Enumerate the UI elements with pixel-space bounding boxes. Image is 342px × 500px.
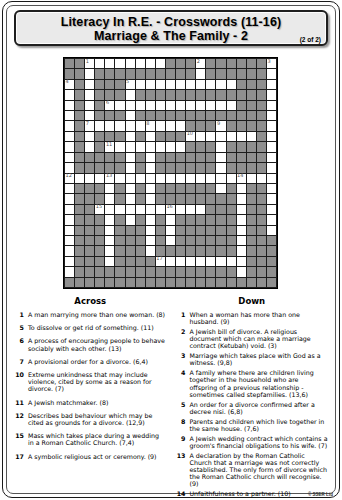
grid-cell[interactable] [105,121,114,130]
grid-cell[interactable] [136,59,145,68]
grid-cell[interactable] [267,69,276,78]
grid-cell[interactable] [216,163,225,172]
grid-cell[interactable] [115,142,124,151]
grid-cell[interactable] [115,121,124,130]
grid-cell[interactable] [126,184,135,193]
grid-cell[interactable] [65,153,74,162]
clue-number-marker: 7 [86,121,89,126]
grid-block [126,278,135,287]
grid-block [115,132,124,141]
grid-cell[interactable] [146,153,155,162]
grid-block [95,153,104,162]
grid-cell[interactable] [65,90,74,99]
grid-block [206,246,215,255]
grid-cell[interactable] [206,257,215,266]
grid-cell[interactable] [75,174,84,183]
grid-cell[interactable] [216,153,225,162]
grid-cell[interactable] [267,194,276,203]
grid-cell[interactable] [267,153,276,162]
grid-cell[interactable] [267,111,276,120]
grid-cell[interactable] [136,80,145,89]
grid-block [75,246,84,255]
grid-cell[interactable] [126,194,135,203]
grid-block [186,236,195,245]
grid-block [105,111,114,120]
grid-cell[interactable] [257,174,266,183]
grid-cell[interactable] [126,59,135,68]
grid-block [85,257,94,266]
grid-cell[interactable] [166,257,175,266]
grid-cell[interactable] [196,69,205,78]
grid-block [247,101,256,110]
grid-cell[interactable] [186,101,195,110]
grid-cell[interactable] [126,174,135,183]
grid-cell[interactable] [166,80,175,89]
grid-cell[interactable] [196,132,205,141]
grid-cell[interactable] [166,226,175,235]
grid-cell[interactable] [126,132,135,141]
grid-block [176,69,185,78]
clue-number-marker: 9 [217,121,220,126]
grid-block [196,226,205,235]
grid-cell[interactable] [216,101,225,110]
grid-cell[interactable] [105,226,114,235]
clue-item: 11A Jewish matchmaker. (8) [14,399,167,406]
grid-cell[interactable] [65,215,74,224]
grid-cell[interactable] [267,205,276,214]
grid-block [206,267,215,276]
grid-cell[interactable] [166,236,175,245]
grid-cell[interactable] [267,174,276,183]
grid-cell[interactable] [126,205,135,214]
grid-cell[interactable] [237,132,246,141]
grid-cell[interactable] [146,101,155,110]
clue-item: 9A Jewish wedding contract which contain… [176,435,329,449]
grid-cell[interactable] [156,80,165,89]
grid-cell[interactable] [156,121,165,130]
grid-block [257,90,266,99]
grid-cell[interactable] [206,132,215,141]
grid-cell[interactable]: 6 [105,101,114,110]
grid-block [105,132,114,141]
grid-block [257,226,266,235]
grid-block [136,226,145,235]
grid-cell[interactable] [267,101,276,110]
grid-cell[interactable] [136,101,145,110]
clue-item: 14Unfaithfulness to a partner. (10) [176,490,329,497]
grid-cell[interactable] [237,246,246,255]
grid-block [227,278,236,287]
grid-cell[interactable] [227,80,236,89]
grid-cell[interactable]: 12 [65,174,74,183]
grid-cell[interactable] [95,59,104,68]
clue-item: 5To dissolve or get rid of something. (1… [14,324,167,331]
grid-block [75,236,84,245]
grid-block [247,90,256,99]
grid-cell[interactable] [65,226,74,235]
grid-block [206,184,215,193]
grid-cell[interactable] [196,80,205,89]
grid-cell[interactable] [267,90,276,99]
grid-cell[interactable] [267,184,276,193]
grid-block [227,142,236,151]
grid-cell[interactable] [227,174,236,183]
grid-block [216,278,225,287]
grid-block [216,69,225,78]
grid-cell[interactable] [85,69,94,78]
grid-cell[interactable] [267,80,276,89]
grid-block [257,163,266,172]
grid-cell[interactable] [237,226,246,235]
grid-block [176,246,185,255]
clue-number-marker: 16 [166,204,172,209]
grid-block [257,278,266,287]
grid-cell[interactable] [206,80,215,89]
grid-block [136,278,145,287]
grid-cell[interactable]: 17 [156,257,165,266]
grid-block [95,111,104,120]
grid-block [85,236,94,245]
grid-block [237,101,246,110]
grid-cell[interactable] [65,236,74,245]
grid-cell[interactable] [146,184,155,193]
grid-cell[interactable] [85,101,94,110]
grid-cell[interactable] [105,59,114,68]
grid-cell[interactable] [186,205,195,214]
grid-cell[interactable] [65,246,74,255]
grid-cell[interactable] [196,101,205,110]
grid-cell[interactable] [247,132,256,141]
grid-cell[interactable] [227,101,236,110]
grid-cell[interactable]: 5 [126,80,135,89]
grid-block [146,267,155,276]
crossword-grid: 1234567891011121314151617 [63,57,278,289]
grid-cell[interactable] [216,132,225,141]
grid-block [85,194,94,203]
grid-cell[interactable] [216,257,225,266]
grid-cell[interactable]: 15 [95,205,104,214]
clue-number-marker: 2 [197,59,200,64]
grid-block [186,246,195,255]
grid-cell[interactable] [65,142,74,151]
clue-text: Extreme unkindness that may include viol… [28,371,167,393]
grid-block [85,184,94,193]
grid-block [85,246,94,255]
clue-number-marker: 1 [86,59,89,64]
grid-cell[interactable] [247,174,256,183]
clue-item: 1When a woman has more than one husband.… [176,311,329,325]
clue-item: 6A process of encouraging people to beha… [14,337,167,351]
grid-block [75,80,84,89]
grid-block [115,184,124,193]
grid-cell[interactable] [146,205,155,214]
grid-cell[interactable] [146,132,155,141]
grid-block [257,101,266,110]
grid-cell[interactable] [105,215,114,224]
grid-cell[interactable] [146,80,155,89]
grid-block [136,184,145,193]
grid-cell[interactable] [267,215,276,224]
grid-cell[interactable] [186,174,195,183]
grid-block [95,163,104,172]
grid-cell[interactable] [105,236,114,245]
grid-cell[interactable] [176,101,185,110]
grid-block [267,278,276,287]
grid-cell[interactable]: 11 [105,142,114,151]
grid-cell[interactable] [216,184,225,193]
grid-block [166,153,175,162]
grid-block [176,184,185,193]
grid-cell[interactable]: 9 [216,121,225,130]
grid-block [196,142,205,151]
down-column: Down 1When a woman has more than one hus… [176,296,329,488]
grid-block [75,90,84,99]
grid-block [65,59,74,68]
grid-cell[interactable] [105,257,114,266]
grid-cell[interactable] [146,174,155,183]
grid-cell[interactable] [85,90,94,99]
grid-block [267,257,276,266]
grid-cell[interactable] [146,59,155,68]
clue-number-marker: 15 [96,204,102,209]
grid-cell[interactable] [176,174,185,183]
grid-cell[interactable] [237,184,246,193]
grid-cell[interactable] [166,215,175,224]
clue-number: 14 [176,490,186,497]
grid-block [186,111,195,120]
clue-item: 3Marriage which takes place with God as … [176,352,329,366]
grid-cell[interactable] [136,142,145,151]
grid-cell[interactable] [105,205,114,214]
grid-cell[interactable] [65,205,74,214]
page-marker: (2 of 2) [300,36,321,43]
grid-cell[interactable] [85,80,94,89]
clue-number: 6 [14,337,24,351]
grid-block [206,226,215,235]
clue-number: 17 [14,453,24,460]
grid-block [146,90,155,99]
grid-cell[interactable] [176,121,185,130]
grid-cell[interactable] [237,194,246,203]
grid-cell[interactable] [126,121,135,130]
grid-block [196,121,205,130]
grid-cell[interactable] [216,174,225,183]
grid-cell[interactable] [115,174,124,183]
grid-cell[interactable] [186,257,195,266]
clue-text: A Jewish matchmaker. (8) [28,399,167,406]
grid-block [206,59,215,68]
grid-block [95,142,104,151]
grid-block [146,278,155,287]
grid-cell[interactable] [115,101,124,110]
grid-cell[interactable] [65,194,74,203]
grid-block [237,121,246,130]
grid-cell[interactable] [216,142,225,151]
grid-cell[interactable] [146,246,155,255]
grid-block [156,236,165,245]
grid-cell[interactable] [196,174,205,183]
grid-block [196,111,205,120]
grid-block [166,132,175,141]
grid-block [176,153,185,162]
grid-cell[interactable] [206,101,215,110]
grid-block [257,215,266,224]
grid-block [227,194,236,203]
grid-cell[interactable] [227,257,236,266]
grid-cell[interactable] [237,205,246,214]
grid-block [206,278,215,287]
grid-cell[interactable] [136,205,145,214]
grid-cell[interactable] [126,163,135,172]
grid-cell[interactable] [126,111,135,120]
clue-number: 11 [14,399,24,406]
grid-block [247,226,256,235]
grid-block [115,278,124,287]
grid-cell[interactable] [176,80,185,89]
grid-cell[interactable] [267,132,276,141]
grid-cell[interactable] [146,226,155,235]
grid-cell[interactable] [176,142,185,151]
grid-cell[interactable]: 13 [105,174,114,183]
grid-cell[interactable]: 16 [166,205,175,214]
grid-cell[interactable] [206,174,215,183]
grid-cell[interactable]: 14 [237,174,246,183]
clue-text: A declaration by the Roman Catholic Chur… [190,452,329,488]
grid-cell[interactable] [65,101,74,110]
grid-block [257,257,266,266]
grid-cell[interactable] [146,236,155,245]
grid-cell[interactable] [216,80,225,89]
grid-cell[interactable] [85,142,94,151]
grid-cell[interactable] [267,163,276,172]
grid-cell[interactable]: 7 [85,121,94,130]
grid-cell[interactable] [65,267,74,276]
grid-block [257,246,266,255]
grid-cell[interactable]: 10 [186,132,195,141]
grid-block [105,267,114,276]
clue-number: 15 [14,432,24,446]
grid-cell[interactable]: 1 [85,59,94,68]
grid-cell[interactable] [166,174,175,183]
grid-cell[interactable] [65,257,74,266]
grid-cell[interactable] [237,215,246,224]
grid-block [136,132,145,141]
grid-cell[interactable]: 8 [146,121,155,130]
clue-number-marker: 11 [106,142,112,147]
grid-cell[interactable] [267,121,276,130]
grid-cell[interactable] [176,205,185,214]
grid-block [115,80,124,89]
grid-cell[interactable] [156,59,165,68]
grid-block [257,80,266,89]
grid-cell[interactable] [237,267,246,276]
grid-block [95,226,104,235]
grid-block [156,184,165,193]
grid-cell[interactable] [237,257,246,266]
grid-cell[interactable] [65,184,74,193]
grid-cell[interactable] [156,174,165,183]
grid-cell[interactable] [196,205,205,214]
grid-block [136,194,145,203]
grid-cell[interactable] [115,59,124,68]
clue-text: Marriage which takes place with God as a… [190,352,329,366]
grid-cell[interactable] [146,215,155,224]
grid-cell[interactable] [176,257,185,266]
grid-cell[interactable] [126,101,135,110]
grid-cell[interactable] [196,257,205,266]
grid-cell[interactable] [95,174,104,183]
grid-cell[interactable] [85,132,94,141]
grid-cell[interactable] [156,101,165,110]
grid-cell[interactable] [227,132,236,141]
grid-cell[interactable] [126,215,135,224]
grid-cell[interactable] [237,236,246,245]
grid-block [105,80,114,89]
grid-cell[interactable] [95,121,104,130]
grid-block [166,278,175,287]
grid-cell[interactable] [65,121,74,130]
grid-cell[interactable] [156,142,165,151]
grid-cell[interactable] [146,194,155,203]
grid-block [115,246,124,255]
grid-cell[interactable] [156,205,165,214]
grid-cell[interactable] [105,194,114,203]
grid-block [196,246,205,255]
grid-cell[interactable] [146,163,155,172]
grid-block [176,194,185,203]
clue-number: 9 [176,435,186,449]
grid-block [206,90,215,99]
grid-cell[interactable] [267,142,276,151]
grid-block [186,278,195,287]
grid-cell[interactable] [166,101,175,110]
grid-cell[interactable] [115,205,124,214]
grid-block [166,69,175,78]
grid-cell[interactable] [126,142,135,151]
grid-cell[interactable] [85,174,94,183]
grid-cell[interactable] [267,226,276,235]
grid-block [136,257,145,266]
grid-cell[interactable]: 4 [65,80,74,89]
grid-cell[interactable] [65,132,74,141]
grid-block [257,153,266,162]
grid-cell[interactable] [166,142,175,151]
grid-cell[interactable]: 2 [196,59,205,68]
grid-cell[interactable]: 3 [267,59,276,68]
grid-cell[interactable] [105,184,114,193]
grid-block [95,80,104,89]
grid-block [247,163,256,172]
grid-block [75,257,84,266]
clue-text: When a woman has more than one husband. … [190,311,329,325]
grid-cell[interactable] [105,246,114,255]
grid-cell[interactable] [126,90,135,99]
grid-block [196,90,205,99]
grid-cell[interactable] [126,153,135,162]
grid-cell[interactable] [166,121,175,130]
clue-number-marker: 14 [237,173,243,178]
grid-cell[interactable] [136,121,145,130]
clues-section: Across 1A man marrying more than one wom… [14,296,328,488]
grid-block [156,111,165,120]
grid-block [227,205,236,214]
grid-cell[interactable] [186,80,195,89]
grid-cell[interactable] [65,111,74,120]
grid-cell[interactable] [146,142,155,151]
grid-block [136,163,145,172]
grid-block [95,101,104,110]
grid-cell[interactable] [136,174,145,183]
